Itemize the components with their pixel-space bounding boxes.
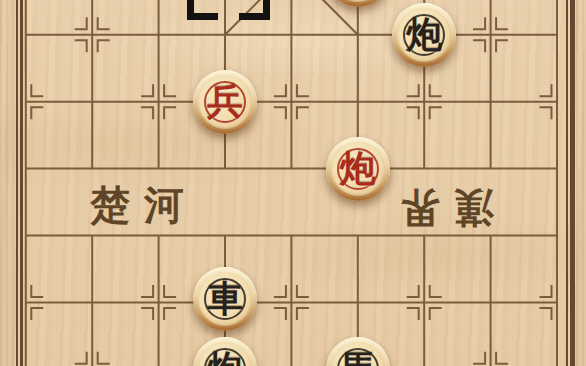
piece-character: 馬 (326, 337, 390, 366)
piece-red-cannon[interactable]: 炮 (326, 137, 390, 201)
piece-character: 炮 (326, 137, 390, 201)
piece-black-chariot[interactable]: 車 (193, 267, 257, 331)
river-label-chu-he: 楚河 (76, 178, 198, 233)
piece-character: 兵 (193, 70, 257, 134)
piece-character: 車 (193, 267, 257, 331)
move-marker-corner-br (239, 0, 270, 20)
piece-black-cannon[interactable]: 炮 (392, 3, 456, 67)
piece-character: 炮 (392, 3, 456, 67)
move-marker-corner-bl (187, 0, 218, 20)
xiangqi-board[interactable]: 楚河 漢界 炮兵炮車炮馬 (0, 0, 586, 366)
piece-black-horse[interactable]: 馬 (326, 337, 390, 366)
piece-red-soldier[interactable]: 兵 (193, 70, 257, 134)
piece-black-cannon[interactable]: 炮 (193, 337, 257, 366)
river-label-han-jie: 漢界 (386, 180, 508, 235)
piece-character: 炮 (193, 337, 257, 366)
